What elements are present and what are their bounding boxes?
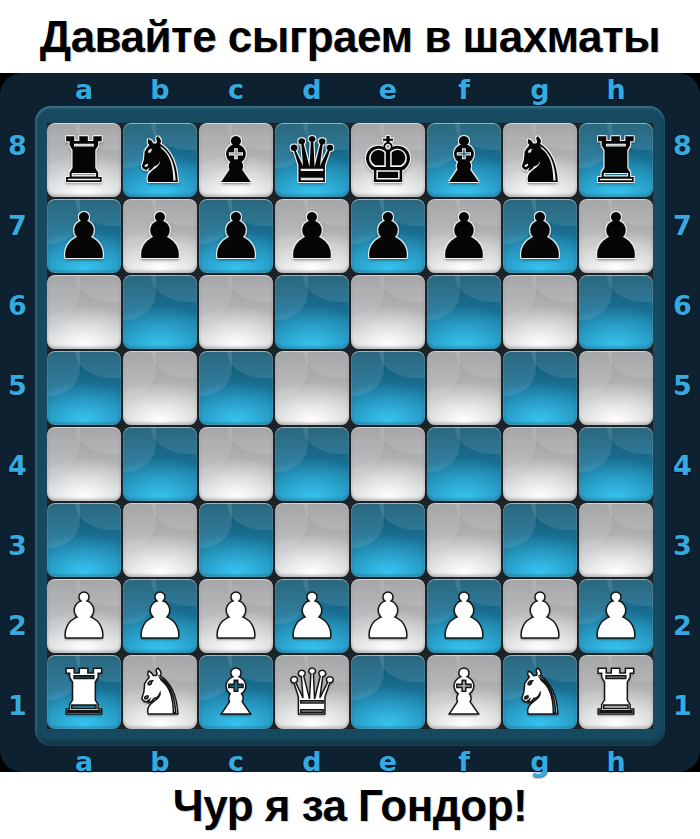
file-label-g: g <box>503 746 577 777</box>
square-g7[interactable]: ♟ <box>503 199 577 273</box>
square-gloss <box>275 503 349 577</box>
square-gloss <box>427 503 501 577</box>
square-b6[interactable] <box>123 275 197 349</box>
rank-label-6: 6 <box>0 266 35 344</box>
square-gloss <box>351 427 425 501</box>
rank-label-1: 1 <box>0 666 35 744</box>
square-gloss <box>427 275 501 349</box>
board-frame: abcdefgh 87654321 ♜♞♝♛♚♝♞♜♟♟♟♟♟♟♟♟♟♟♟♟♟♟… <box>0 73 700 772</box>
square-a8[interactable]: ♜ <box>47 123 121 197</box>
file-label-h: h <box>579 746 653 777</box>
piece-black-queen: ♛ <box>284 129 340 192</box>
square-b4[interactable] <box>123 427 197 501</box>
square-e1[interactable] <box>351 655 425 729</box>
square-c3[interactable] <box>199 503 273 577</box>
square-h3[interactable] <box>579 503 653 577</box>
square-e4[interactable] <box>351 427 425 501</box>
square-d7[interactable]: ♟ <box>275 199 349 273</box>
square-g4[interactable] <box>503 427 577 501</box>
caption-bottom: Чур я за Гондор! <box>0 772 700 839</box>
square-g3[interactable] <box>503 503 577 577</box>
piece-white-knight: ♞ <box>132 661 188 724</box>
square-gloss <box>351 503 425 577</box>
square-e2[interactable]: ♟ <box>351 579 425 653</box>
square-a4[interactable] <box>47 427 121 501</box>
square-g1[interactable]: ♞ <box>503 655 577 729</box>
piece-white-rook: ♜ <box>588 661 644 724</box>
square-f6[interactable] <box>427 275 501 349</box>
file-label-c: c <box>199 73 273 106</box>
square-d5[interactable] <box>275 351 349 425</box>
square-gloss <box>579 503 653 577</box>
square-a6[interactable] <box>47 275 121 349</box>
piece-white-pawn: ♟ <box>512 585 568 648</box>
rank-label-2: 2 <box>665 586 700 664</box>
file-label-f: f <box>427 746 501 777</box>
rank-label-5: 5 <box>665 346 700 424</box>
square-f3[interactable] <box>427 503 501 577</box>
rank-label-6: 6 <box>665 266 700 344</box>
piece-black-bishop: ♝ <box>436 129 492 192</box>
square-g5[interactable] <box>503 351 577 425</box>
square-gloss <box>503 503 577 577</box>
rank-label-7: 7 <box>0 186 35 264</box>
piece-black-pawn: ♟ <box>360 205 416 268</box>
square-b3[interactable] <box>123 503 197 577</box>
square-g2[interactable]: ♟ <box>503 579 577 653</box>
square-c8[interactable]: ♝ <box>199 123 273 197</box>
square-c1[interactable]: ♝ <box>199 655 273 729</box>
square-gloss <box>503 275 577 349</box>
square-d4[interactable] <box>275 427 349 501</box>
square-b1[interactable]: ♞ <box>123 655 197 729</box>
piece-white-queen: ♛ <box>284 661 340 724</box>
square-b7[interactable]: ♟ <box>123 199 197 273</box>
square-c2[interactable]: ♟ <box>199 579 273 653</box>
square-gloss <box>579 427 653 501</box>
rank-labels-right: 87654321 <box>665 106 700 746</box>
square-gloss <box>47 351 121 425</box>
square-c4[interactable] <box>199 427 273 501</box>
chess-board: abcdefgh 87654321 ♜♞♝♛♚♝♞♜♟♟♟♟♟♟♟♟♟♟♟♟♟♟… <box>0 73 700 772</box>
square-b2[interactable]: ♟ <box>123 579 197 653</box>
rank-label-2: 2 <box>0 586 35 664</box>
square-e3[interactable] <box>351 503 425 577</box>
square-h5[interactable] <box>579 351 653 425</box>
square-gloss <box>123 275 197 349</box>
piece-black-bishop: ♝ <box>208 129 264 192</box>
piece-black-rook: ♜ <box>588 129 644 192</box>
piece-black-pawn: ♟ <box>512 205 568 268</box>
caption-top: Давайте сыграем в шахматы <box>0 0 700 73</box>
piece-white-rook: ♜ <box>56 661 112 724</box>
piece-black-king: ♚ <box>360 129 416 192</box>
file-label-a: a <box>47 73 121 106</box>
rank-label-4: 4 <box>0 426 35 504</box>
square-gloss <box>351 655 425 729</box>
rank-label-8: 8 <box>665 106 700 184</box>
square-gloss <box>199 503 273 577</box>
piece-black-pawn: ♟ <box>208 205 264 268</box>
rank-label-4: 4 <box>665 426 700 504</box>
square-gloss <box>199 427 273 501</box>
square-e8[interactable]: ♚ <box>351 123 425 197</box>
square-a7[interactable]: ♟ <box>47 199 121 273</box>
piece-white-pawn: ♟ <box>588 585 644 648</box>
square-gloss <box>47 503 121 577</box>
square-gloss <box>351 351 425 425</box>
file-labels-top: abcdefgh <box>47 73 653 106</box>
board-middle: 87654321 ♜♞♝♛♚♝♞♜♟♟♟♟♟♟♟♟♟♟♟♟♟♟♟♟♜♞♝♛♝♞♜… <box>0 106 700 746</box>
rank-label-3: 3 <box>0 506 35 584</box>
square-f4[interactable] <box>427 427 501 501</box>
square-a2[interactable]: ♟ <box>47 579 121 653</box>
piece-white-pawn: ♟ <box>208 585 264 648</box>
square-gloss <box>47 275 121 349</box>
square-gloss <box>503 427 577 501</box>
rank-label-7: 7 <box>665 186 700 264</box>
square-g8[interactable]: ♞ <box>503 123 577 197</box>
piece-black-pawn: ♟ <box>588 205 644 268</box>
square-gloss <box>123 427 197 501</box>
square-a1[interactable]: ♜ <box>47 655 121 729</box>
square-gloss <box>199 351 273 425</box>
rank-labels-left: 87654321 <box>0 106 35 746</box>
square-d8[interactable]: ♛ <box>275 123 349 197</box>
square-e5[interactable] <box>351 351 425 425</box>
square-gloss <box>47 427 121 501</box>
square-h4[interactable] <box>579 427 653 501</box>
square-h8[interactable]: ♜ <box>579 123 653 197</box>
square-f7[interactable]: ♟ <box>427 199 501 273</box>
square-f8[interactable]: ♝ <box>427 123 501 197</box>
file-label-e: e <box>351 73 425 106</box>
square-d1[interactable]: ♛ <box>275 655 349 729</box>
rank-label-5: 5 <box>0 346 35 424</box>
square-d2[interactable]: ♟ <box>275 579 349 653</box>
piece-white-pawn: ♟ <box>132 585 188 648</box>
piece-black-pawn: ♟ <box>436 205 492 268</box>
square-gloss <box>123 503 197 577</box>
square-gloss <box>427 427 501 501</box>
piece-black-pawn: ♟ <box>56 205 112 268</box>
piece-white-pawn: ♟ <box>56 585 112 648</box>
square-d3[interactable] <box>275 503 349 577</box>
square-b5[interactable] <box>123 351 197 425</box>
piece-white-knight: ♞ <box>512 661 568 724</box>
file-label-a: a <box>47 746 121 777</box>
board-panel: ♜♞♝♛♚♝♞♜♟♟♟♟♟♟♟♟♟♟♟♟♟♟♟♟♜♞♝♛♝♞♜ <box>35 106 665 746</box>
file-label-f: f <box>427 73 501 106</box>
file-label-c: c <box>199 746 273 777</box>
piece-black-rook: ♜ <box>56 129 112 192</box>
file-label-e: e <box>351 746 425 777</box>
file-label-b: b <box>123 746 197 777</box>
square-a3[interactable] <box>47 503 121 577</box>
rank-label-3: 3 <box>665 506 700 584</box>
rank-label-1: 1 <box>665 666 700 744</box>
square-c7[interactable]: ♟ <box>199 199 273 273</box>
square-gloss <box>275 275 349 349</box>
square-e7[interactable]: ♟ <box>351 199 425 273</box>
square-h1[interactable]: ♜ <box>579 655 653 729</box>
file-label-g: g <box>503 73 577 106</box>
file-label-b: b <box>123 73 197 106</box>
square-gloss <box>199 275 273 349</box>
square-c5[interactable] <box>199 351 273 425</box>
piece-black-pawn: ♟ <box>132 205 188 268</box>
piece-white-pawn: ♟ <box>436 585 492 648</box>
square-gloss <box>351 275 425 349</box>
piece-white-pawn: ♟ <box>284 585 340 648</box>
square-f1[interactable]: ♝ <box>427 655 501 729</box>
piece-black-knight: ♞ <box>132 129 188 192</box>
piece-white-bishop: ♝ <box>436 661 492 724</box>
square-h7[interactable]: ♟ <box>579 199 653 273</box>
square-g6[interactable] <box>503 275 577 349</box>
rank-label-8: 8 <box>0 106 35 184</box>
board-grid: ♜♞♝♛♚♝♞♜♟♟♟♟♟♟♟♟♟♟♟♟♟♟♟♟♜♞♝♛♝♞♜ <box>47 123 653 729</box>
square-gloss <box>275 351 349 425</box>
square-h2[interactable]: ♟ <box>579 579 653 653</box>
square-b8[interactable]: ♞ <box>123 123 197 197</box>
square-gloss <box>275 427 349 501</box>
square-gloss <box>427 351 501 425</box>
square-e6[interactable] <box>351 275 425 349</box>
file-label-d: d <box>275 73 349 106</box>
square-f5[interactable] <box>427 351 501 425</box>
square-a5[interactable] <box>47 351 121 425</box>
square-c6[interactable] <box>199 275 273 349</box>
square-h6[interactable] <box>579 275 653 349</box>
square-d6[interactable] <box>275 275 349 349</box>
file-label-h: h <box>579 73 653 106</box>
square-f2[interactable]: ♟ <box>427 579 501 653</box>
square-gloss <box>503 351 577 425</box>
page-root: Давайте сыграем в шахматы abcdefgh 87654… <box>0 0 700 839</box>
square-gloss <box>579 275 653 349</box>
file-label-d: d <box>275 746 349 777</box>
piece-black-knight: ♞ <box>512 129 568 192</box>
piece-black-pawn: ♟ <box>284 205 340 268</box>
piece-white-pawn: ♟ <box>360 585 416 648</box>
file-labels-bottom: abcdefgh <box>47 746 653 772</box>
piece-white-bishop: ♝ <box>208 661 264 724</box>
square-gloss <box>123 351 197 425</box>
square-gloss <box>579 351 653 425</box>
